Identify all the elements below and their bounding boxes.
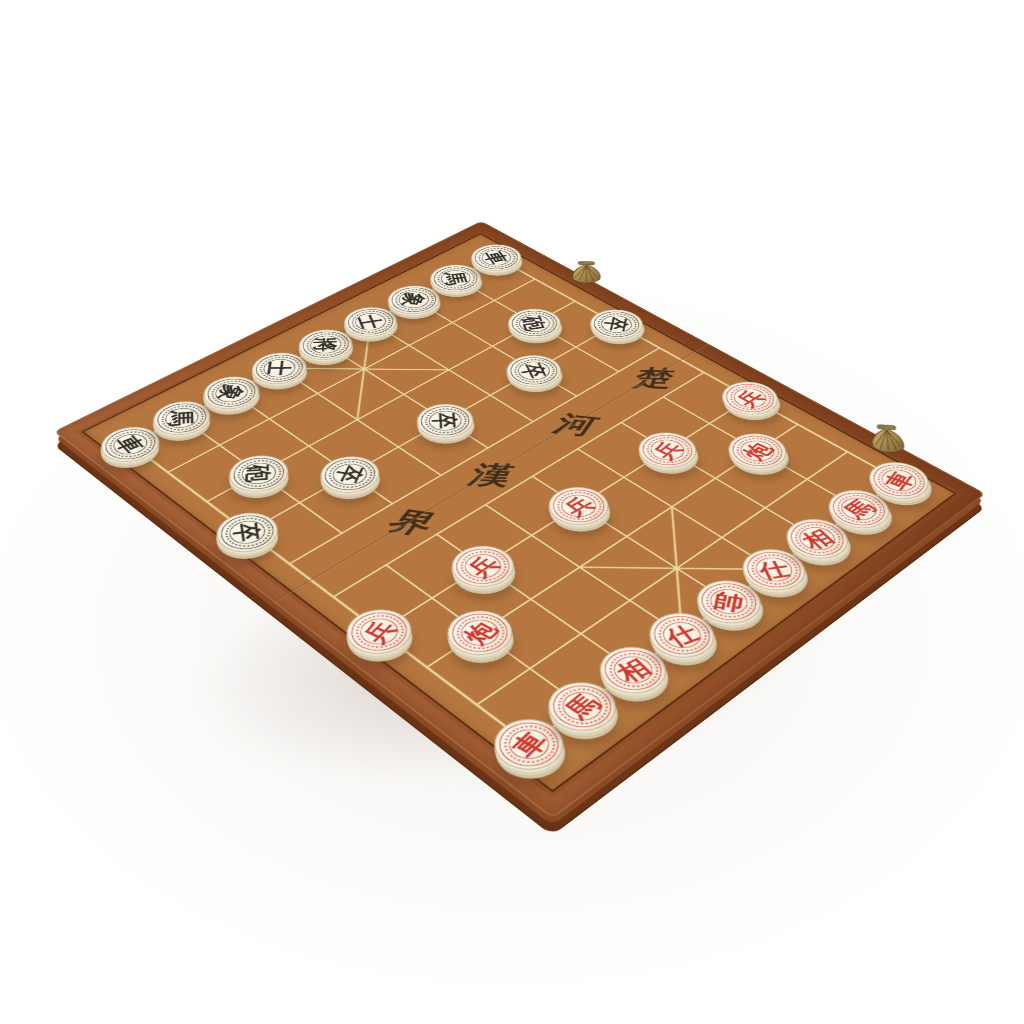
piece-red-cannon[interactable]: 炮 xyxy=(717,426,799,476)
piece-inner-ring xyxy=(655,617,709,654)
piece-pattern-ring xyxy=(827,489,890,529)
piece-character: 兵 xyxy=(712,376,788,421)
piece-outer-ring xyxy=(445,542,521,592)
piece-character: 相 xyxy=(589,639,679,701)
piece-inner-ring xyxy=(457,549,508,583)
piece-black-soldier[interactable]: 卒 xyxy=(495,349,572,393)
piece-inner-ring xyxy=(554,686,610,726)
piece-inner-ring xyxy=(352,613,406,650)
piece-inner-ring xyxy=(500,723,557,765)
piece-red-marshal[interactable]: 帥 xyxy=(684,572,774,632)
piece-inner-ring xyxy=(834,493,884,525)
piece-outer-ring xyxy=(441,606,520,660)
river-character: 界 xyxy=(381,502,436,543)
piece-character: 砲 xyxy=(504,306,566,340)
piece-pattern-ring xyxy=(493,718,565,771)
piece-red-elephant[interactable]: 相 xyxy=(586,638,680,704)
piece-outer-ring xyxy=(822,486,895,532)
piece-inner-ring xyxy=(792,522,843,555)
piece-red-horse[interactable]: 馬 xyxy=(816,482,901,536)
brass-clasp-icon xyxy=(566,261,607,286)
piece-black-soldier[interactable]: 卒 xyxy=(204,505,290,560)
piece-character: 兵 xyxy=(629,426,707,474)
piece-inner-ring xyxy=(235,458,283,488)
piece-black-soldier[interactable]: 卒 xyxy=(405,397,485,445)
piece-character: 相 xyxy=(776,513,859,565)
piece-red-soldier[interactable]: 兵 xyxy=(711,375,790,421)
piece-character: 兵 xyxy=(440,539,525,595)
piece-pattern-ring xyxy=(648,612,716,659)
piece-black-soldier[interactable]: 卒 xyxy=(309,449,392,500)
piece-character: 兵 xyxy=(335,602,422,661)
piece-pattern-ring xyxy=(741,548,806,591)
piece-character: 車 xyxy=(482,710,575,779)
piece-red-elephant[interactable]: 相 xyxy=(774,511,860,567)
piece-outer-ring xyxy=(541,677,623,736)
piece-character: 兵 xyxy=(538,480,619,531)
piece-red-chariot[interactable]: 車 xyxy=(480,709,578,781)
piece-character: 炮 xyxy=(719,427,797,475)
piece-inner-ring xyxy=(222,516,272,548)
piece-character: 仕 xyxy=(736,546,812,593)
piece-outer-ring xyxy=(863,458,935,503)
river-character: 漢 xyxy=(466,457,511,493)
piece-inner-ring xyxy=(748,553,800,587)
piece-outer-ring xyxy=(487,714,571,776)
piece-red-soldier[interactable]: 兵 xyxy=(536,479,620,533)
piece-character: 車 xyxy=(861,456,937,505)
piece-inner-ring xyxy=(326,459,374,489)
piece-red-advisor[interactable]: 仕 xyxy=(636,604,728,667)
piece-black-cannon[interactable]: 砲 xyxy=(218,448,300,499)
photo-stage: 楚河漢界 車馬象士將士象馬車砲砲卒卒卒卒卒兵兵兵兵兵炮炮車馬相仕帥仕相馬車 xyxy=(0,0,1024,1024)
piece-pattern-ring xyxy=(216,512,280,553)
piece-pattern-ring xyxy=(868,461,930,499)
piece-inner-ring xyxy=(606,651,661,689)
piece-character: 卒 xyxy=(501,352,566,390)
piece-inner-ring xyxy=(875,465,924,495)
piece-red-advisor[interactable]: 仕 xyxy=(730,541,818,599)
piece-character: 馬 xyxy=(818,483,900,535)
piece-red-chariot[interactable]: 車 xyxy=(857,455,940,507)
piece-outer-ring xyxy=(736,545,812,595)
piece-character: 卒 xyxy=(216,510,280,554)
piece-red-soldier[interactable]: 兵 xyxy=(439,538,527,596)
piece-red-cannon[interactable]: 炮 xyxy=(434,602,525,665)
piece-pattern-ring xyxy=(345,608,413,654)
piece-inner-ring xyxy=(554,490,604,521)
piece-character: 卒 xyxy=(588,308,645,341)
piece-outer-ring xyxy=(642,608,721,662)
piece-character: 馬 xyxy=(536,674,628,740)
piece-pattern-ring xyxy=(547,486,610,526)
piece-pattern-ring xyxy=(450,545,515,588)
piece-outer-ring xyxy=(340,605,419,659)
piece-black-cannon[interactable]: 砲 xyxy=(497,303,571,345)
piece-outer-ring xyxy=(542,483,615,529)
piece-red-soldier[interactable]: 兵 xyxy=(627,425,708,475)
piece-character: 卒 xyxy=(417,403,474,438)
piece-character: 砲 xyxy=(230,454,287,492)
piece-character: 帥 xyxy=(694,577,763,626)
piece-pattern-ring xyxy=(598,646,667,695)
brass-clasp-icon xyxy=(864,423,912,457)
piece-pattern-ring xyxy=(446,610,514,657)
piece-pattern-ring xyxy=(785,518,849,559)
piece-outer-ring xyxy=(690,576,767,628)
piece-character: 炮 xyxy=(436,603,524,663)
piece-inner-ring xyxy=(703,584,756,619)
piece-character: 卒 xyxy=(314,453,385,495)
piece-character: 馬 xyxy=(428,263,485,294)
piece-black-soldier[interactable]: 卒 xyxy=(579,304,653,346)
piece-pattern-ring xyxy=(547,681,618,732)
piece-pattern-ring xyxy=(696,579,763,624)
piece-inner-ring xyxy=(453,614,507,651)
piece-outer-ring xyxy=(780,515,855,563)
piece-character: 將 xyxy=(299,329,351,360)
piece-outer-ring xyxy=(210,509,284,557)
piece-character: 仕 xyxy=(639,607,725,665)
piece-red-horse[interactable]: 馬 xyxy=(534,673,630,741)
piece-red-soldier[interactable]: 兵 xyxy=(334,601,425,664)
piece-outer-ring xyxy=(593,642,674,699)
